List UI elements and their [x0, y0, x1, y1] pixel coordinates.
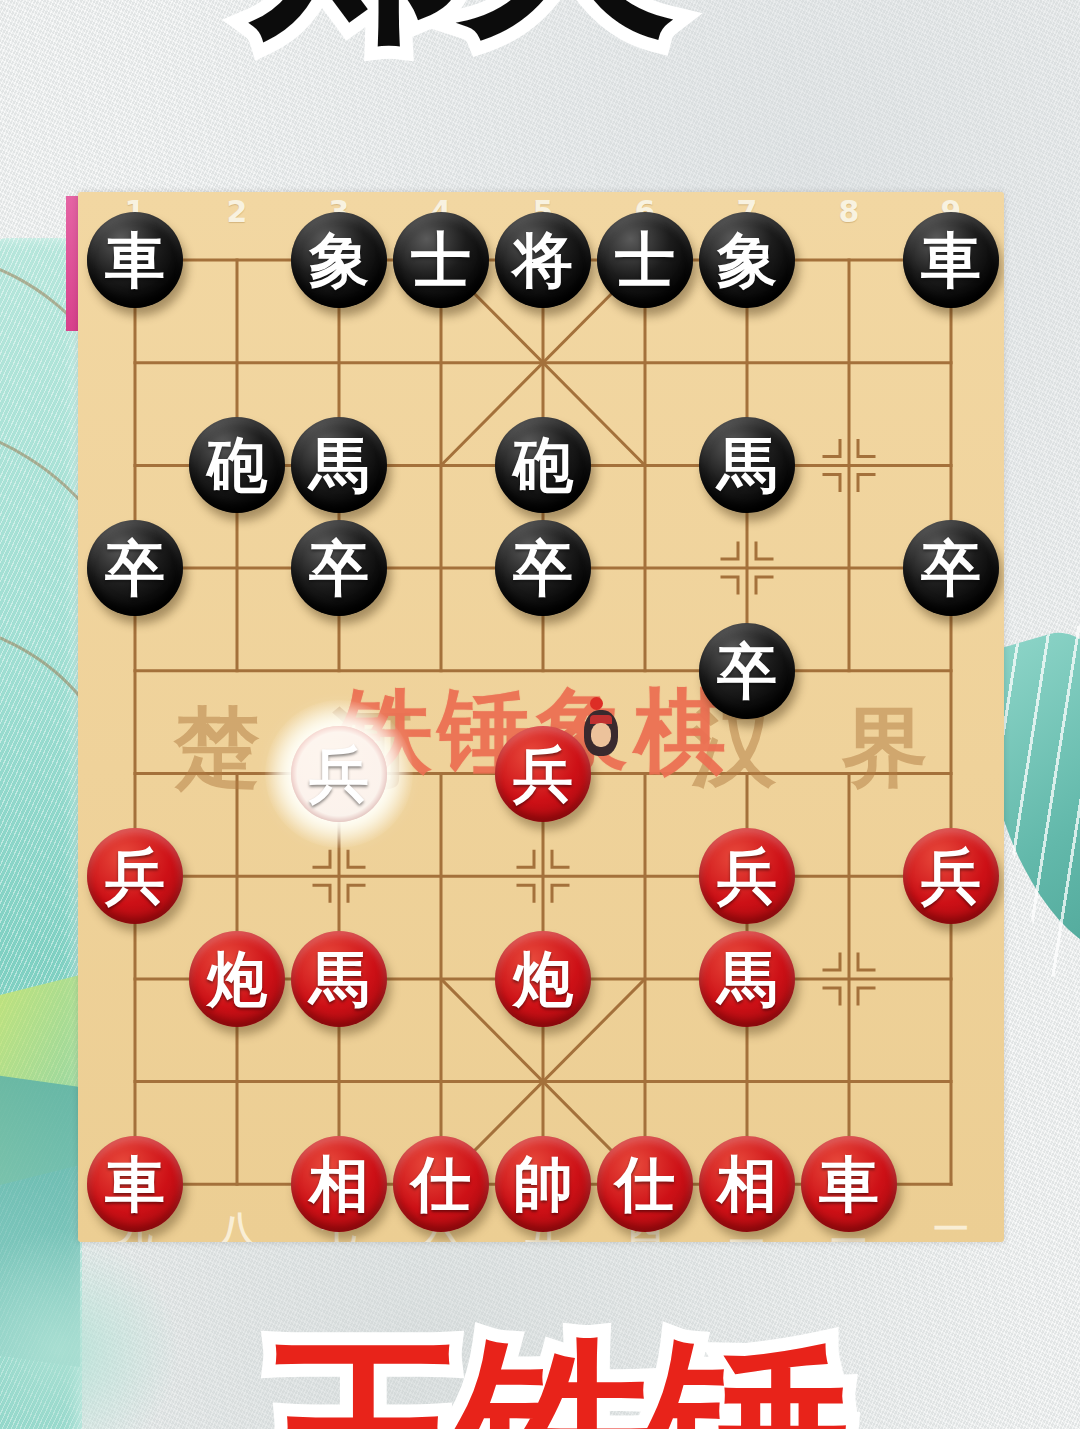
black-piece-卒-c5r4[interactable]: 卒 — [495, 520, 591, 616]
column-number-2: 2 — [217, 194, 257, 229]
piece-glyph: 象 — [309, 230, 369, 290]
red-piece-馬-c3r8[interactable]: 馬 — [291, 931, 387, 1027]
bottom-player-name: 王铁锤 王铁锤 — [265, 1332, 841, 1429]
top-player-name-text: 郑天 — [253, 0, 667, 65]
red-piece-帥-c5r10[interactable]: 帥 — [495, 1136, 591, 1232]
piece-glyph: 車 — [105, 230, 165, 290]
column-number-8: 8 — [829, 194, 869, 229]
piece-glyph: 卒 — [309, 538, 369, 598]
red-piece-車-c8r10[interactable]: 車 — [801, 1136, 897, 1232]
red-piece-兵-c7r7[interactable]: 兵 — [699, 828, 795, 924]
piece-glyph: 兵 — [309, 744, 369, 804]
red-piece-兵-c9r7[interactable]: 兵 — [903, 828, 999, 924]
black-piece-砲-c5r3[interactable]: 砲 — [495, 417, 591, 513]
black-piece-士-c4r1[interactable]: 士 — [393, 212, 489, 308]
black-piece-車-c9r1[interactable]: 車 — [903, 212, 999, 308]
red-piece-兵-c3r6[interactable]: 兵 — [291, 726, 387, 822]
piece-glyph: 士 — [615, 230, 675, 290]
piece-glyph: 炮 — [513, 949, 573, 1009]
piece-glyph: 馬 — [309, 435, 369, 495]
red-piece-車-c1r10[interactable]: 車 — [87, 1136, 183, 1232]
piece-glyph: 仕 — [411, 1154, 471, 1214]
black-piece-象-c3r1[interactable]: 象 — [291, 212, 387, 308]
black-piece-士-c6r1[interactable]: 士 — [597, 212, 693, 308]
red-piece-仕-c4r10[interactable]: 仕 — [393, 1136, 489, 1232]
piece-glyph: 車 — [921, 230, 981, 290]
piece-glyph: 象 — [717, 230, 777, 290]
piece-glyph: 卒 — [717, 641, 777, 701]
piece-glyph: 兵 — [921, 846, 981, 906]
piece-glyph: 相 — [309, 1154, 369, 1214]
red-file-label-2: 八 — [215, 1206, 259, 1242]
piece-glyph: 卒 — [513, 538, 573, 598]
red-file-label-9: 一 — [929, 1206, 973, 1242]
piece-glyph: 卒 — [921, 538, 981, 598]
red-piece-炮-c2r8[interactable]: 炮 — [189, 931, 285, 1027]
red-piece-炮-c5r8[interactable]: 炮 — [495, 931, 591, 1027]
piece-glyph: 士 — [411, 230, 471, 290]
piece-glyph: 将 — [513, 230, 573, 290]
black-piece-卒-c7r5[interactable]: 卒 — [699, 623, 795, 719]
black-piece-馬-c3r3[interactable]: 馬 — [291, 417, 387, 513]
piece-glyph: 車 — [819, 1154, 879, 1214]
piece-glyph: 砲 — [513, 435, 573, 495]
black-piece-将-c5r1[interactable]: 将 — [495, 212, 591, 308]
black-piece-卒-c1r4[interactable]: 卒 — [87, 520, 183, 616]
piece-glyph: 馬 — [717, 435, 777, 495]
red-piece-馬-c7r8[interactable]: 馬 — [699, 931, 795, 1027]
bottom-player-name-text: 王铁锤 — [265, 1315, 841, 1429]
red-piece-兵-c1r7[interactable]: 兵 — [87, 828, 183, 924]
watermark-face-icon — [584, 710, 618, 756]
piece-glyph: 砲 — [207, 435, 267, 495]
watermark-red-dot — [590, 697, 603, 710]
piece-glyph: 車 — [105, 1154, 165, 1214]
piece-glyph: 卒 — [105, 538, 165, 598]
piece-glyph: 炮 — [207, 949, 267, 1009]
red-piece-仕-c6r10[interactable]: 仕 — [597, 1136, 693, 1232]
piece-glyph: 相 — [717, 1154, 777, 1214]
red-piece-相-c7r10[interactable]: 相 — [699, 1136, 795, 1232]
black-piece-卒-c3r4[interactable]: 卒 — [291, 520, 387, 616]
piece-glyph: 帥 — [513, 1154, 573, 1214]
black-piece-卒-c9r4[interactable]: 卒 — [903, 520, 999, 616]
xiangqi-board[interactable]: 楚 河 汉 界 铁锤象棋 123456789九八七六五四三二一車象士将士象車砲馬… — [78, 192, 1004, 1242]
piece-glyph: 仕 — [615, 1154, 675, 1214]
black-piece-砲-c2r3[interactable]: 砲 — [189, 417, 285, 513]
black-piece-車-c1r1[interactable]: 車 — [87, 212, 183, 308]
piece-glyph: 馬 — [717, 949, 777, 1009]
red-piece-相-c3r10[interactable]: 相 — [291, 1136, 387, 1232]
piece-glyph: 兵 — [717, 846, 777, 906]
piece-glyph: 馬 — [309, 949, 369, 1009]
black-piece-象-c7r1[interactable]: 象 — [699, 212, 795, 308]
top-player-name: 郑天 郑天 — [253, 0, 667, 47]
black-piece-馬-c7r3[interactable]: 馬 — [699, 417, 795, 513]
red-piece-兵-c5r6[interactable]: 兵 — [495, 726, 591, 822]
piece-glyph: 兵 — [513, 744, 573, 804]
piece-glyph: 兵 — [105, 846, 165, 906]
